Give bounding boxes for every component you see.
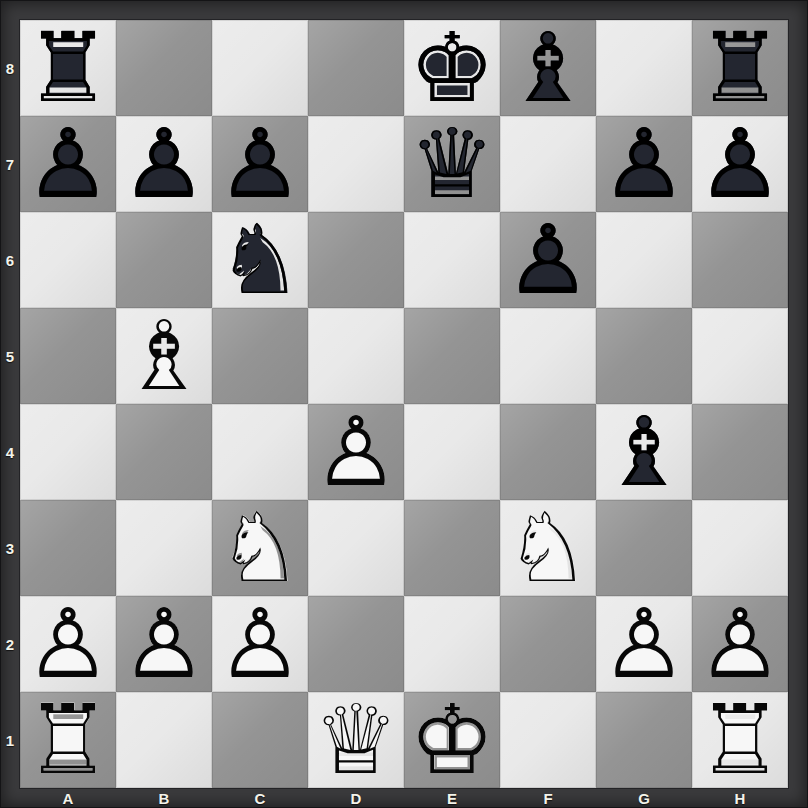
piece-black-pawn[interactable]: ♟♙ — [116, 116, 212, 212]
piece-outline-glyph: ♗ — [116, 308, 212, 404]
piece-white-pawn[interactable]: ♟♙ — [20, 596, 116, 692]
square-f2[interactable] — [500, 596, 596, 692]
square-f8[interactable]: ♝♗ — [500, 20, 596, 116]
square-c4[interactable] — [212, 404, 308, 500]
square-c1[interactable] — [212, 692, 308, 788]
square-f1[interactable] — [500, 692, 596, 788]
piece-outline-glyph: ♕ — [404, 116, 500, 212]
square-b5[interactable]: ♝♗ — [116, 308, 212, 404]
square-e2[interactable] — [404, 596, 500, 692]
square-h6[interactable] — [692, 212, 788, 308]
piece-white-pawn[interactable]: ♟♙ — [692, 596, 788, 692]
square-d2[interactable] — [308, 596, 404, 692]
square-d6[interactable] — [308, 212, 404, 308]
piece-black-bishop[interactable]: ♝♗ — [500, 20, 596, 116]
rank-label-3: 3 — [0, 500, 20, 596]
square-a2[interactable]: ♟♙ — [20, 596, 116, 692]
piece-black-pawn[interactable]: ♟♙ — [212, 116, 308, 212]
square-b7[interactable]: ♟♙ — [116, 116, 212, 212]
file-label-a: A — [20, 788, 116, 808]
piece-white-queen[interactable]: ♛♕ — [308, 692, 404, 788]
square-e5[interactable] — [404, 308, 500, 404]
square-f6[interactable]: ♟♙ — [500, 212, 596, 308]
square-h5[interactable] — [692, 308, 788, 404]
square-e1[interactable]: ♚♔ — [404, 692, 500, 788]
file-label-f: F — [500, 788, 596, 808]
square-a3[interactable] — [20, 500, 116, 596]
piece-outline-glyph: ♘ — [212, 500, 308, 596]
piece-outline-glyph: ♙ — [500, 212, 596, 308]
square-c6[interactable]: ♞♘ — [212, 212, 308, 308]
piece-outline-glyph: ♕ — [308, 692, 404, 788]
piece-outline-glyph: ♙ — [212, 116, 308, 212]
square-g2[interactable]: ♟♙ — [596, 596, 692, 692]
square-d8[interactable] — [308, 20, 404, 116]
piece-outline-glyph: ♖ — [692, 692, 788, 788]
square-h2[interactable]: ♟♙ — [692, 596, 788, 692]
piece-white-pawn[interactable]: ♟♙ — [308, 404, 404, 500]
square-d1[interactable]: ♛♕ — [308, 692, 404, 788]
square-d4[interactable]: ♟♙ — [308, 404, 404, 500]
piece-black-knight[interactable]: ♞♘ — [212, 212, 308, 308]
square-c8[interactable] — [212, 20, 308, 116]
square-b2[interactable]: ♟♙ — [116, 596, 212, 692]
piece-white-knight[interactable]: ♞♘ — [212, 500, 308, 596]
square-d7[interactable] — [308, 116, 404, 212]
piece-outline-glyph: ♙ — [212, 596, 308, 692]
piece-black-king[interactable]: ♚♔ — [404, 20, 500, 116]
square-a1[interactable]: ♜♖ — [20, 692, 116, 788]
square-a8[interactable]: ♜♖ — [20, 20, 116, 116]
rank-label-7: 7 — [0, 116, 20, 212]
square-e3[interactable] — [404, 500, 500, 596]
file-label-g: G — [596, 788, 692, 808]
file-label-e: E — [404, 788, 500, 808]
rank-label-2: 2 — [0, 596, 20, 692]
square-e6[interactable] — [404, 212, 500, 308]
square-b1[interactable] — [116, 692, 212, 788]
piece-black-pawn[interactable]: ♟♙ — [500, 212, 596, 308]
file-labels: ABCDEFGH — [20, 788, 788, 808]
square-g7[interactable]: ♟♙ — [596, 116, 692, 212]
piece-black-queen[interactable]: ♛♕ — [404, 116, 500, 212]
file-label-b: B — [116, 788, 212, 808]
square-a6[interactable] — [20, 212, 116, 308]
square-g4[interactable]: ♝♗ — [596, 404, 692, 500]
piece-white-rook[interactable]: ♜♖ — [20, 692, 116, 788]
chess-board[interactable]: ♜♖♚♔♝♗♜♖♟♙♟♙♟♙♛♕♟♙♟♙♞♘♟♙♝♗♟♙♝♗♞♘♞♘♟♙♟♙♟♙… — [20, 20, 788, 788]
piece-black-bishop[interactable]: ♝♗ — [596, 404, 692, 500]
square-b3[interactable] — [116, 500, 212, 596]
square-f4[interactable] — [500, 404, 596, 500]
square-e7[interactable]: ♛♕ — [404, 116, 500, 212]
square-b6[interactable] — [116, 212, 212, 308]
square-e4[interactable] — [404, 404, 500, 500]
piece-outline-glyph: ♗ — [596, 404, 692, 500]
piece-white-knight[interactable]: ♞♘ — [500, 500, 596, 596]
square-g5[interactable] — [596, 308, 692, 404]
square-b4[interactable] — [116, 404, 212, 500]
rank-label-6: 6 — [0, 212, 20, 308]
square-a5[interactable] — [20, 308, 116, 404]
piece-white-king[interactable]: ♚♔ — [404, 692, 500, 788]
piece-white-pawn[interactable]: ♟♙ — [212, 596, 308, 692]
rank-labels: 87654321 — [0, 20, 20, 788]
piece-outline-glyph: ♖ — [692, 20, 788, 116]
square-f3[interactable]: ♞♘ — [500, 500, 596, 596]
piece-outline-glyph: ♙ — [116, 116, 212, 212]
piece-black-pawn[interactable]: ♟♙ — [692, 116, 788, 212]
square-d5[interactable] — [308, 308, 404, 404]
square-g3[interactable] — [596, 500, 692, 596]
piece-outline-glyph: ♙ — [20, 596, 116, 692]
square-g8[interactable] — [596, 20, 692, 116]
rank-label-8: 8 — [0, 20, 20, 116]
square-a4[interactable] — [20, 404, 116, 500]
square-h1[interactable]: ♜♖ — [692, 692, 788, 788]
rank-label-4: 4 — [0, 404, 20, 500]
piece-white-bishop[interactable]: ♝♗ — [116, 308, 212, 404]
square-c3[interactable]: ♞♘ — [212, 500, 308, 596]
piece-outline-glyph: ♘ — [500, 500, 596, 596]
rank-label-5: 5 — [0, 308, 20, 404]
chess-diagram: 87654321 ♜♖♚♔♝♗♜♖♟♙♟♙♟♙♛♕♟♙♟♙♞♘♟♙♝♗♟♙♝♗♞… — [0, 0, 808, 808]
piece-black-pawn[interactable]: ♟♙ — [20, 116, 116, 212]
file-label-d: D — [308, 788, 404, 808]
piece-white-pawn[interactable]: ♟♙ — [596, 596, 692, 692]
square-f7[interactable] — [500, 116, 596, 212]
square-a7[interactable]: ♟♙ — [20, 116, 116, 212]
piece-outline-glyph: ♙ — [596, 596, 692, 692]
rank-label-1: 1 — [0, 692, 20, 788]
piece-white-rook[interactable]: ♜♖ — [692, 692, 788, 788]
piece-outline-glyph: ♙ — [116, 596, 212, 692]
piece-outline-glyph: ♖ — [20, 20, 116, 116]
file-label-c: C — [212, 788, 308, 808]
square-c7[interactable]: ♟♙ — [212, 116, 308, 212]
square-d3[interactable] — [308, 500, 404, 596]
piece-outline-glyph: ♗ — [500, 20, 596, 116]
piece-white-pawn[interactable]: ♟♙ — [116, 596, 212, 692]
square-h7[interactable]: ♟♙ — [692, 116, 788, 212]
square-g6[interactable] — [596, 212, 692, 308]
piece-outline-glyph: ♖ — [20, 692, 116, 788]
square-f5[interactable] — [500, 308, 596, 404]
square-e8[interactable]: ♚♔ — [404, 20, 500, 116]
piece-outline-glyph: ♔ — [404, 692, 500, 788]
piece-outline-glyph: ♙ — [596, 116, 692, 212]
piece-outline-glyph: ♙ — [20, 116, 116, 212]
piece-black-rook[interactable]: ♜♖ — [692, 20, 788, 116]
piece-outline-glyph: ♙ — [692, 596, 788, 692]
square-g1[interactable] — [596, 692, 692, 788]
square-c2[interactable]: ♟♙ — [212, 596, 308, 692]
square-h8[interactable]: ♜♖ — [692, 20, 788, 116]
file-label-h: H — [692, 788, 788, 808]
square-b8[interactable] — [116, 20, 212, 116]
piece-outline-glyph: ♙ — [308, 404, 404, 500]
piece-outline-glyph: ♔ — [404, 20, 500, 116]
piece-outline-glyph: ♘ — [212, 212, 308, 308]
piece-black-rook[interactable]: ♜♖ — [20, 20, 116, 116]
square-h4[interactable] — [692, 404, 788, 500]
square-c5[interactable] — [212, 308, 308, 404]
piece-outline-glyph: ♙ — [692, 116, 788, 212]
piece-black-pawn[interactable]: ♟♙ — [596, 116, 692, 212]
square-h3[interactable] — [692, 500, 788, 596]
